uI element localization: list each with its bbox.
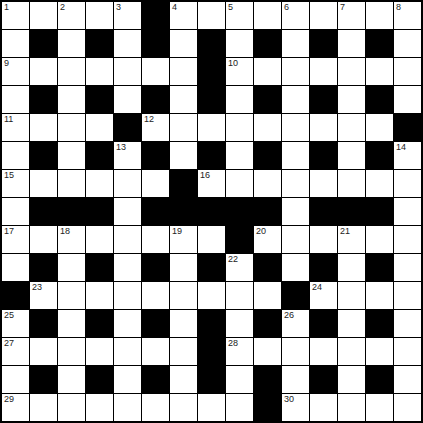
cell-8-8 <box>226 226 253 253</box>
cell-12-6[interactable] <box>170 338 197 365</box>
cell-7-2 <box>58 198 85 225</box>
cell-13-12[interactable] <box>338 366 365 393</box>
cell-1-3 <box>86 30 113 57</box>
cell-5-5 <box>142 142 169 169</box>
cell-10-7[interactable] <box>198 282 225 309</box>
cell-6-9[interactable] <box>254 170 281 197</box>
cell-5-2[interactable] <box>58 142 85 169</box>
cell-10-1[interactable]: 23 <box>30 282 57 309</box>
cell-11-3 <box>86 310 113 337</box>
cell-7-1 <box>30 198 57 225</box>
cell-9-4[interactable] <box>114 254 141 281</box>
cell-9-7 <box>198 254 225 281</box>
cell-12-14[interactable] <box>394 338 421 365</box>
cell-11-11 <box>310 310 337 337</box>
cell-2-11[interactable] <box>310 58 337 85</box>
cell-4-3[interactable] <box>86 114 113 141</box>
cell-12-2[interactable] <box>58 338 85 365</box>
cell-7-12 <box>338 198 365 225</box>
cell-9-8[interactable]: 22 <box>226 254 253 281</box>
cell-0-1[interactable] <box>30 2 57 29</box>
clue-number-26: 26 <box>284 310 294 321</box>
cell-4-14 <box>394 114 421 141</box>
cell-13-3 <box>86 366 113 393</box>
cell-1-0[interactable] <box>2 30 29 57</box>
cell-1-4[interactable] <box>114 30 141 57</box>
cell-13-5 <box>142 366 169 393</box>
cell-3-11 <box>310 86 337 113</box>
cell-7-5 <box>142 198 169 225</box>
cell-11-8[interactable] <box>226 310 253 337</box>
cell-14-13[interactable] <box>366 394 393 421</box>
cell-5-4[interactable]: 13 <box>114 142 141 169</box>
clue-number-13: 13 <box>116 142 126 153</box>
cell-3-7 <box>198 86 225 113</box>
clue-number-27: 27 <box>4 338 14 349</box>
clue-number-12: 12 <box>144 114 154 125</box>
cell-7-6 <box>170 198 197 225</box>
cell-2-4[interactable] <box>114 58 141 85</box>
cell-5-7 <box>198 142 225 169</box>
cell-6-4[interactable] <box>114 170 141 197</box>
cell-11-7 <box>198 310 225 337</box>
cell-14-14[interactable] <box>394 394 421 421</box>
cell-7-0[interactable] <box>2 198 29 225</box>
clue-number-1: 1 <box>4 2 9 13</box>
cell-9-3 <box>86 254 113 281</box>
clue-number-25: 25 <box>4 310 14 321</box>
cell-11-13 <box>366 310 393 337</box>
cell-6-10[interactable] <box>282 170 309 197</box>
cell-2-5[interactable] <box>142 58 169 85</box>
cell-4-12[interactable] <box>338 114 365 141</box>
cell-8-11[interactable] <box>310 226 337 253</box>
cell-3-6[interactable] <box>170 86 197 113</box>
cell-0-12[interactable]: 7 <box>338 2 365 29</box>
cell-2-1[interactable] <box>30 58 57 85</box>
cell-14-5[interactable] <box>142 394 169 421</box>
cell-14-10[interactable]: 30 <box>282 394 309 421</box>
cell-9-9 <box>254 254 281 281</box>
cell-2-13[interactable] <box>366 58 393 85</box>
cell-7-14[interactable] <box>394 198 421 225</box>
cell-12-9[interactable] <box>254 338 281 365</box>
cell-9-1 <box>30 254 57 281</box>
cell-8-13[interactable] <box>366 226 393 253</box>
cell-10-0 <box>2 282 29 309</box>
cell-1-12[interactable] <box>338 30 365 57</box>
cell-0-7[interactable] <box>198 2 225 29</box>
cell-12-10[interactable] <box>282 338 309 365</box>
cell-0-2[interactable]: 2 <box>58 2 85 29</box>
cell-10-14[interactable] <box>394 282 421 309</box>
cell-6-13[interactable] <box>366 170 393 197</box>
cell-13-7 <box>198 366 225 393</box>
cell-3-14[interactable] <box>394 86 421 113</box>
cell-8-2[interactable]: 18 <box>58 226 85 253</box>
cell-0-10[interactable]: 6 <box>282 2 309 29</box>
cell-13-4[interactable] <box>114 366 141 393</box>
clue-number-8: 8 <box>396 2 401 13</box>
cell-10-5[interactable] <box>142 282 169 309</box>
cell-0-5 <box>142 2 169 29</box>
cell-13-1 <box>30 366 57 393</box>
cell-8-6[interactable]: 19 <box>170 226 197 253</box>
cell-3-8[interactable] <box>226 86 253 113</box>
cell-4-11[interactable] <box>310 114 337 141</box>
cell-11-9 <box>254 310 281 337</box>
crossword-board-wrapper: 1234567891011121314151617181920212223242… <box>0 0 423 423</box>
cell-10-9[interactable] <box>254 282 281 309</box>
cell-7-7 <box>198 198 225 225</box>
cell-13-14[interactable] <box>394 366 421 393</box>
clue-number-15: 15 <box>4 170 14 181</box>
cell-11-14[interactable] <box>394 310 421 337</box>
cell-9-11 <box>310 254 337 281</box>
clue-number-2: 2 <box>60 2 65 13</box>
cell-10-12[interactable] <box>338 282 365 309</box>
cell-13-10[interactable] <box>282 366 309 393</box>
clue-number-18: 18 <box>60 226 70 237</box>
cell-3-2[interactable] <box>58 86 85 113</box>
cell-11-10[interactable]: 26 <box>282 310 309 337</box>
cell-5-6[interactable] <box>170 142 197 169</box>
cell-4-7[interactable] <box>198 114 225 141</box>
cell-7-4[interactable] <box>114 198 141 225</box>
cell-11-1 <box>30 310 57 337</box>
cell-1-9 <box>254 30 281 57</box>
cell-5-13 <box>366 142 393 169</box>
cell-3-4[interactable] <box>114 86 141 113</box>
cell-7-3 <box>86 198 113 225</box>
cell-3-3 <box>86 86 113 113</box>
cell-14-7[interactable] <box>198 394 225 421</box>
cell-2-6[interactable] <box>170 58 197 85</box>
cell-7-13 <box>366 198 393 225</box>
cell-8-4[interactable] <box>114 226 141 253</box>
cell-10-4[interactable] <box>114 282 141 309</box>
cell-13-13 <box>366 366 393 393</box>
cell-5-10[interactable] <box>282 142 309 169</box>
cell-7-10[interactable] <box>282 198 309 225</box>
cell-10-2[interactable] <box>58 282 85 309</box>
cell-10-10 <box>282 282 309 309</box>
cell-2-9[interactable] <box>254 58 281 85</box>
cell-9-10[interactable] <box>282 254 309 281</box>
cell-6-2[interactable] <box>58 170 85 197</box>
cell-6-12[interactable] <box>338 170 365 197</box>
cell-0-13[interactable] <box>366 2 393 29</box>
cell-10-11[interactable]: 24 <box>310 282 337 309</box>
cell-0-9[interactable] <box>254 2 281 29</box>
cell-8-5[interactable] <box>142 226 169 253</box>
cell-2-12[interactable] <box>338 58 365 85</box>
cell-11-0[interactable]: 25 <box>2 310 29 337</box>
clue-number-10: 10 <box>228 58 238 69</box>
cell-14-11[interactable] <box>310 394 337 421</box>
cell-0-0[interactable]: 1 <box>2 2 29 29</box>
cell-10-8[interactable] <box>226 282 253 309</box>
cell-8-3[interactable] <box>86 226 113 253</box>
cell-8-12[interactable]: 21 <box>338 226 365 253</box>
cell-6-14[interactable] <box>394 170 421 197</box>
clue-number-6: 6 <box>284 2 289 13</box>
cell-0-6[interactable]: 4 <box>170 2 197 29</box>
cell-13-0[interactable] <box>2 366 29 393</box>
cell-11-5 <box>142 310 169 337</box>
cell-9-2[interactable] <box>58 254 85 281</box>
cell-1-2[interactable] <box>58 30 85 57</box>
cell-14-0[interactable]: 29 <box>2 394 29 421</box>
clue-number-17: 17 <box>4 226 14 237</box>
cell-13-8[interactable] <box>226 366 253 393</box>
cell-4-5[interactable]: 12 <box>142 114 169 141</box>
cell-3-5 <box>142 86 169 113</box>
cell-7-11 <box>310 198 337 225</box>
cell-6-5[interactable] <box>142 170 169 197</box>
cell-1-6[interactable] <box>170 30 197 57</box>
crossword-grid: 1234567891011121314151617181920212223242… <box>0 0 423 423</box>
clue-number-4: 4 <box>172 2 177 13</box>
cell-0-14[interactable]: 8 <box>394 2 421 29</box>
cell-2-8[interactable]: 10 <box>226 58 253 85</box>
cell-5-12[interactable] <box>338 142 365 169</box>
cell-9-12[interactable] <box>338 254 365 281</box>
cell-14-6[interactable] <box>170 394 197 421</box>
cell-2-14[interactable] <box>394 58 421 85</box>
cell-2-10[interactable] <box>282 58 309 85</box>
cell-6-1[interactable] <box>30 170 57 197</box>
cell-8-0[interactable]: 17 <box>2 226 29 253</box>
cell-11-4[interactable] <box>114 310 141 337</box>
cell-6-3[interactable] <box>86 170 113 197</box>
clue-number-30: 30 <box>284 394 294 405</box>
cell-2-0[interactable]: 9 <box>2 58 29 85</box>
cell-13-2[interactable] <box>58 366 85 393</box>
cell-1-11 <box>310 30 337 57</box>
cell-12-12[interactable] <box>338 338 365 365</box>
clue-number-24: 24 <box>312 282 322 293</box>
cell-12-7 <box>198 338 225 365</box>
cell-10-3[interactable] <box>86 282 113 309</box>
cell-6-8[interactable] <box>226 170 253 197</box>
clue-number-20: 20 <box>256 226 266 237</box>
cell-1-1 <box>30 30 57 57</box>
cell-5-9 <box>254 142 281 169</box>
cell-1-7 <box>198 30 225 57</box>
cell-1-14[interactable] <box>394 30 421 57</box>
cell-7-9 <box>254 198 281 225</box>
cell-9-13 <box>366 254 393 281</box>
cell-12-5[interactable] <box>142 338 169 365</box>
clue-number-29: 29 <box>4 394 14 405</box>
cell-4-9[interactable] <box>254 114 281 141</box>
cell-0-4[interactable]: 3 <box>114 2 141 29</box>
cell-12-8[interactable]: 28 <box>226 338 253 365</box>
cell-4-0[interactable]: 11 <box>2 114 29 141</box>
clue-number-3: 3 <box>116 2 121 13</box>
cell-0-3[interactable] <box>86 2 113 29</box>
cell-1-13 <box>366 30 393 57</box>
cell-12-4[interactable] <box>114 338 141 365</box>
cell-4-6[interactable] <box>170 114 197 141</box>
cell-13-11 <box>310 366 337 393</box>
cell-8-14[interactable] <box>394 226 421 253</box>
cell-4-10[interactable] <box>282 114 309 141</box>
cell-14-3[interactable] <box>86 394 113 421</box>
clue-number-22: 22 <box>228 254 238 265</box>
cell-11-2[interactable] <box>58 310 85 337</box>
cell-8-1[interactable] <box>30 226 57 253</box>
cell-9-14[interactable] <box>394 254 421 281</box>
cell-10-6[interactable] <box>170 282 197 309</box>
clue-number-7: 7 <box>340 2 345 13</box>
clue-number-28: 28 <box>228 338 238 349</box>
cell-3-9 <box>254 86 281 113</box>
cell-2-2[interactable] <box>58 58 85 85</box>
cell-14-2[interactable] <box>58 394 85 421</box>
cell-7-8 <box>226 198 253 225</box>
cell-11-12[interactable] <box>338 310 365 337</box>
cell-2-7 <box>198 58 225 85</box>
cell-14-12[interactable] <box>338 394 365 421</box>
cell-14-9 <box>254 394 281 421</box>
cell-3-13 <box>366 86 393 113</box>
cell-14-4[interactable] <box>114 394 141 421</box>
cell-9-5 <box>142 254 169 281</box>
cell-3-0[interactable] <box>2 86 29 113</box>
clue-number-9: 9 <box>4 58 9 69</box>
cell-1-8[interactable] <box>226 30 253 57</box>
cell-4-4 <box>114 114 141 141</box>
cell-9-6[interactable] <box>170 254 197 281</box>
cell-0-8[interactable]: 5 <box>226 2 253 29</box>
cell-13-6[interactable] <box>170 366 197 393</box>
cell-14-1[interactable] <box>30 394 57 421</box>
cell-1-10[interactable] <box>282 30 309 57</box>
cell-3-1 <box>30 86 57 113</box>
cell-8-9[interactable]: 20 <box>254 226 281 253</box>
clue-number-21: 21 <box>340 226 350 237</box>
clue-number-11: 11 <box>4 114 13 125</box>
cell-14-8[interactable] <box>226 394 253 421</box>
cell-6-11[interactable] <box>310 170 337 197</box>
cell-5-14[interactable]: 14 <box>394 142 421 169</box>
cell-5-8[interactable] <box>226 142 253 169</box>
cell-0-11[interactable] <box>310 2 337 29</box>
clue-number-16: 16 <box>200 170 210 181</box>
cell-5-3 <box>86 142 113 169</box>
cell-5-11 <box>310 142 337 169</box>
cell-6-7[interactable]: 16 <box>198 170 225 197</box>
cell-12-3[interactable] <box>86 338 113 365</box>
cell-12-1[interactable] <box>30 338 57 365</box>
cell-8-7[interactable] <box>198 226 225 253</box>
cell-2-3[interactable] <box>86 58 113 85</box>
cell-12-0[interactable]: 27 <box>2 338 29 365</box>
cell-4-2[interactable] <box>58 114 85 141</box>
cell-3-10[interactable] <box>282 86 309 113</box>
cell-8-10[interactable] <box>282 226 309 253</box>
clue-number-14: 14 <box>396 142 406 153</box>
cell-4-1[interactable] <box>30 114 57 141</box>
clue-number-23: 23 <box>32 282 42 293</box>
cell-6-0[interactable]: 15 <box>2 170 29 197</box>
cell-9-0[interactable] <box>2 254 29 281</box>
cell-6-6 <box>170 170 197 197</box>
clue-number-5: 5 <box>228 2 233 13</box>
cell-5-0[interactable] <box>2 142 29 169</box>
cell-11-6[interactable] <box>170 310 197 337</box>
cell-3-12[interactable] <box>338 86 365 113</box>
cell-4-8[interactable] <box>226 114 253 141</box>
cell-13-9 <box>254 366 281 393</box>
cell-1-5 <box>142 30 169 57</box>
cell-4-13[interactable] <box>366 114 393 141</box>
cell-5-1 <box>30 142 57 169</box>
cell-12-13[interactable] <box>366 338 393 365</box>
cell-10-13[interactable] <box>366 282 393 309</box>
cell-12-11[interactable] <box>310 338 337 365</box>
clue-number-19: 19 <box>172 226 182 237</box>
